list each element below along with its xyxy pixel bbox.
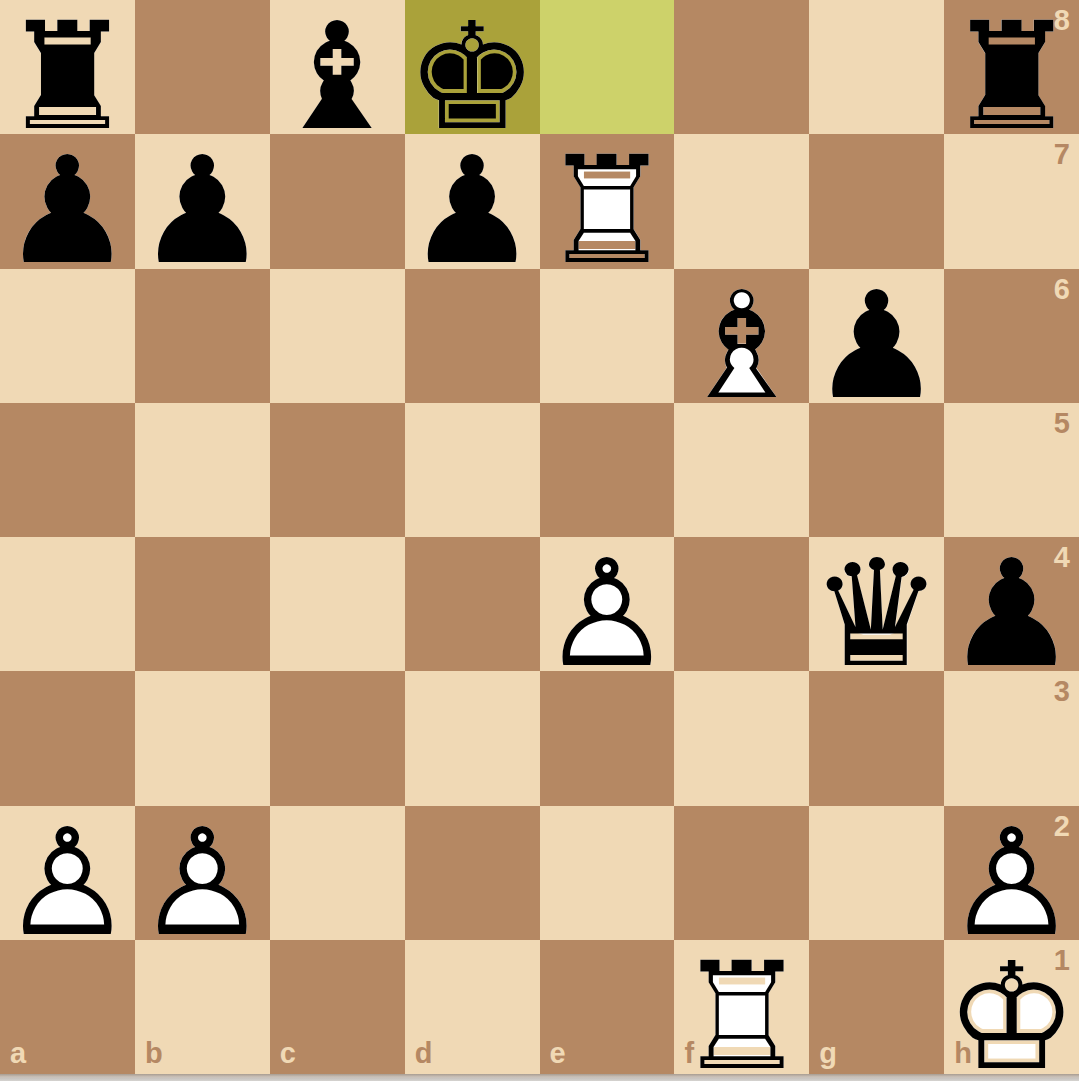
white-pawn-b2[interactable]: ♙ bbox=[135, 816, 270, 950]
square-g7[interactable] bbox=[809, 134, 944, 268]
square-e7[interactable]: ♜♖ bbox=[540, 134, 675, 268]
rank-label-8: 8 bbox=[1054, 6, 1070, 35]
square-b5[interactable] bbox=[135, 403, 270, 537]
black-rook-a8[interactable]: ♜ bbox=[0, 10, 135, 144]
square-d7[interactable]: ♙♟ bbox=[405, 134, 540, 268]
square-c5[interactable] bbox=[270, 403, 405, 537]
white-rook-e7[interactable]: ♖ bbox=[540, 144, 675, 278]
black-pawn-b7[interactable]: ♟ bbox=[135, 144, 270, 278]
file-label-a: a bbox=[10, 1039, 26, 1068]
black-pawn-g6[interactable]: ♟ bbox=[809, 279, 944, 413]
square-h5[interactable]: 5 bbox=[944, 403, 1079, 537]
file-label-c: c bbox=[280, 1039, 296, 1068]
square-b4[interactable] bbox=[135, 537, 270, 671]
rank-label-5: 5 bbox=[1054, 409, 1070, 438]
black-bishop-c8[interactable]: ♝ bbox=[270, 10, 405, 144]
white-pawn-a2[interactable]: ♙ bbox=[0, 816, 135, 950]
black-pawn-d7[interactable]: ♟ bbox=[405, 144, 540, 278]
file-label-e: e bbox=[550, 1039, 566, 1068]
square-e8[interactable] bbox=[540, 0, 675, 134]
square-a7[interactable]: ♙♟ bbox=[0, 134, 135, 268]
file-label-f: f bbox=[684, 1039, 694, 1068]
black-queen-g4[interactable]: ♛ bbox=[809, 547, 944, 681]
square-c1[interactable]: c bbox=[270, 940, 405, 1074]
white-bishop-f6[interactable]: ♗ bbox=[674, 279, 809, 413]
square-d3[interactable] bbox=[405, 671, 540, 805]
rank-label-1: 1 bbox=[1054, 946, 1070, 975]
square-f7[interactable] bbox=[674, 134, 809, 268]
square-g8[interactable] bbox=[809, 0, 944, 134]
square-b3[interactable] bbox=[135, 671, 270, 805]
white-pawn-e4[interactable]: ♙ bbox=[540, 547, 675, 681]
rank-label-6: 6 bbox=[1054, 275, 1070, 304]
square-h1[interactable]: ♚♔h1 bbox=[944, 940, 1079, 1074]
square-d1[interactable]: d bbox=[405, 940, 540, 1074]
square-b2[interactable]: ♟♙ bbox=[135, 806, 270, 940]
rank-label-2: 2 bbox=[1054, 812, 1070, 841]
square-f4[interactable] bbox=[674, 537, 809, 671]
board-bottom-shadow bbox=[0, 1074, 1079, 1081]
rank-label-3: 3 bbox=[1054, 677, 1070, 706]
file-label-g: g bbox=[819, 1039, 837, 1068]
board: ♖♜♗♝♔♚♖♜8♙♟♙♟♙♟♜♖7♝♗♙♟65♟♙♕♛♙♟43♟♙♟♙♟♙2a… bbox=[0, 0, 1079, 1074]
square-e5[interactable] bbox=[540, 403, 675, 537]
square-h6[interactable]: 6 bbox=[944, 269, 1079, 403]
square-c8[interactable]: ♗♝ bbox=[270, 0, 405, 134]
square-c6[interactable] bbox=[270, 269, 405, 403]
square-d5[interactable] bbox=[405, 403, 540, 537]
square-c4[interactable] bbox=[270, 537, 405, 671]
file-label-b: b bbox=[145, 1039, 163, 1068]
square-d4[interactable] bbox=[405, 537, 540, 671]
square-f3[interactable] bbox=[674, 671, 809, 805]
square-f6[interactable]: ♝♗ bbox=[674, 269, 809, 403]
square-e2[interactable] bbox=[540, 806, 675, 940]
square-g4[interactable]: ♕♛ bbox=[809, 537, 944, 671]
square-h4[interactable]: ♙♟4 bbox=[944, 537, 1079, 671]
square-a5[interactable] bbox=[0, 403, 135, 537]
square-c2[interactable] bbox=[270, 806, 405, 940]
square-h2[interactable]: ♟♙2 bbox=[944, 806, 1079, 940]
square-h8[interactable]: ♖♜8 bbox=[944, 0, 1079, 134]
square-a3[interactable] bbox=[0, 671, 135, 805]
square-f1[interactable]: ♜♖f bbox=[674, 940, 809, 1074]
square-b8[interactable] bbox=[135, 0, 270, 134]
square-e1[interactable]: e bbox=[540, 940, 675, 1074]
square-f2[interactable] bbox=[674, 806, 809, 940]
square-g1[interactable]: g bbox=[809, 940, 944, 1074]
file-label-d: d bbox=[415, 1039, 433, 1068]
square-f8[interactable] bbox=[674, 0, 809, 134]
square-g2[interactable] bbox=[809, 806, 944, 940]
square-a2[interactable]: ♟♙ bbox=[0, 806, 135, 940]
chess-board-screenshot: ♖♜♗♝♔♚♖♜8♙♟♙♟♙♟♜♖7♝♗♙♟65♟♙♕♛♙♟43♟♙♟♙♟♙2a… bbox=[0, 0, 1079, 1081]
file-label-h: h bbox=[954, 1039, 972, 1068]
square-a4[interactable] bbox=[0, 537, 135, 671]
square-g6[interactable]: ♙♟ bbox=[809, 269, 944, 403]
black-pawn-a7[interactable]: ♟ bbox=[0, 144, 135, 278]
white-rook-f1[interactable]: ♖ bbox=[674, 950, 809, 1081]
square-e4[interactable]: ♟♙ bbox=[540, 537, 675, 671]
square-d2[interactable] bbox=[405, 806, 540, 940]
square-b7[interactable]: ♙♟ bbox=[135, 134, 270, 268]
square-c3[interactable] bbox=[270, 671, 405, 805]
rank-label-7: 7 bbox=[1054, 140, 1070, 169]
square-a8[interactable]: ♖♜ bbox=[0, 0, 135, 134]
square-d8[interactable]: ♔♚ bbox=[405, 0, 540, 134]
rank-label-4: 4 bbox=[1054, 543, 1070, 572]
black-king-d8[interactable]: ♚ bbox=[405, 10, 540, 144]
